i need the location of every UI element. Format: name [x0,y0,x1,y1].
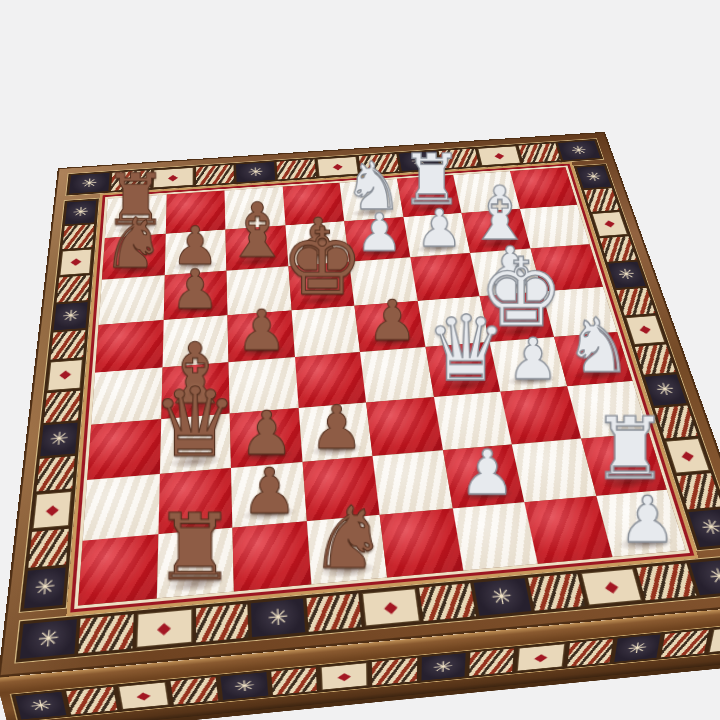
piece-copper-knight-a7[interactable]: ♞ [102,211,165,275]
chevron-inlay [637,563,697,600]
chess-box: ✳◆✳◆✳◆✳ ✳◆✳◆✳◆✳ ✳◆✳◆✳◆✳ ✳◆✳◆✳◆✳ ♜♞♜♞♟♝♟♟… [0,132,720,678]
diamond-inlay-icon: ◆ [32,491,72,530]
star-inlay-icon: ✳ [221,672,268,700]
piece-silver-knight-h4[interactable]: ♞ [565,311,633,380]
square-c1[interactable] [232,521,310,592]
piece-copper-pawn-c3[interactable]: ♟ [239,406,293,462]
square-a3[interactable] [87,419,161,480]
chevron-inlay [584,188,619,211]
star-inlay-icon: ✳ [558,141,600,161]
diamond-inlay-icon: ◆ [59,249,92,276]
diamond-inlay-icon: ◆ [708,625,720,653]
chevron-inlay [567,639,613,667]
diamond-inlay-icon: ◆ [581,568,642,605]
chevron-inlay [372,658,416,686]
diamond-inlay-icon: ◆ [136,609,192,648]
piece-copper-rook-b1[interactable]: ♜ [154,506,236,590]
diamond-inlay-icon: ◆ [117,682,169,710]
star-inlay-icon: ✳ [688,509,720,547]
piece-copper-pawn-d3[interactable]: ♟ [310,400,364,455]
chevron-inlay [78,614,133,653]
square-g1[interactable] [524,496,612,564]
square-d3[interactable]: ♟ [298,402,372,462]
piece-copper-pawn-b6[interactable]: ♟ [171,264,220,314]
piece-copper-king-d6[interactable]: ♚ [281,220,364,305]
star-inlay-icon: ✳ [421,653,466,681]
star-inlay-icon: ✳ [608,262,646,288]
diamond-inlay-icon: ◆ [517,644,565,672]
star-inlay-icon: ✳ [20,619,77,659]
square-e5[interactable]: ♟ [354,301,425,352]
piece-silver-pawn-g4[interactable]: ♟ [507,333,558,386]
chevron-inlay [307,593,362,631]
chevron-inlay [28,529,69,568]
chevron-inlay [600,237,637,262]
chevron-inlay [271,667,317,695]
chevron-inlay [67,687,117,715]
diamond-inlay-icon: ◆ [592,211,628,237]
piece-silver-pawn-f2[interactable]: ♟ [460,444,516,501]
square-a2[interactable] [83,474,160,540]
square-c5[interactable]: ♟ [227,310,294,362]
square-f1[interactable] [452,502,538,571]
star-inlay-icon: ✳ [24,568,66,609]
square-a5[interactable] [95,320,163,373]
star-inlay-icon: ✳ [614,634,661,662]
chevron-inlay [57,276,90,303]
star-inlay-icon: ✳ [577,166,611,188]
star-inlay-icon: ✳ [40,423,77,457]
scene: ✳◆✳◆✳◆✳ ✳◆✳◆✳◆✳ ✳◆✳◆✳◆✳ ✳◆✳◆✳◆✳ ♜♞♜♞♟♝♟♟… [0,0,720,720]
board-frame: ✳◆✳◆✳◆✳ ✳◆✳◆✳◆✳ ✳◆✳◆✳◆✳ ✳◆✳◆✳◆✳ ♜♞♜♞♟♝♟♟… [0,132,720,678]
chevron-inlay [171,677,219,705]
star-inlay-icon: ✳ [251,598,305,637]
square-f2[interactable]: ♟ [442,444,524,508]
star-inlay-icon: ✳ [236,162,275,182]
chevron-inlay [635,345,676,375]
square-e3[interactable] [366,397,442,456]
square-h1[interactable]: ♟ [596,489,686,557]
chevron-inlay [527,573,585,610]
square-a1[interactable] [78,534,158,606]
diamond-inlay-icon: ◆ [362,588,420,626]
square-c7[interactable]: ♝ [225,225,288,271]
square-b6[interactable]: ♟ [163,271,227,320]
piece-copper-knight-d1[interactable]: ♞ [310,498,387,577]
chevron-inlay [469,648,514,676]
piece-silver-queen-f4[interactable]: ♛ [426,308,507,391]
star-inlay-icon: ✳ [473,578,530,616]
chevron-inlay [195,604,248,643]
piece-silver-pawn-h1[interactable]: ♟ [619,491,677,550]
square-b3[interactable]: ♛ [159,413,231,474]
diamond-inlay-icon: ◆ [665,438,710,474]
star-inlay-icon: ✳ [54,302,88,330]
square-b1[interactable]: ♜ [156,527,234,598]
photo-backdrop: ✳◆✳◆✳◆✳ ✳◆✳◆✳◆✳ ✳◆✳◆✳◆✳ ✳◆✳◆✳◆✳ ♜♞♜♞♟♝♟♟… [0,0,720,720]
square-e1[interactable] [380,508,463,577]
piece-copper-queen-b3[interactable]: ♛ [152,380,238,468]
chevron-inlay [62,224,94,249]
square-h4[interactable]: ♞ [554,332,633,386]
square-f7[interactable]: ♟ [403,213,470,258]
piece-copper-pawn-e5[interactable]: ♟ [367,295,417,346]
chevron-inlay [277,159,316,179]
square-e4[interactable] [360,347,433,402]
square-c2[interactable]: ♟ [231,462,306,527]
square-d5[interactable] [291,305,360,357]
square-f4[interactable]: ♛ [425,342,500,397]
star-inlay-icon: ✳ [15,692,66,720]
piece-silver-pawn-f7[interactable]: ♟ [416,205,463,253]
piece-copper-pawn-c2[interactable]: ♟ [241,462,297,520]
piece-silver-rook-h2[interactable]: ♜ [592,410,669,489]
star-inlay-icon: ✳ [65,200,96,224]
chevron-inlay [36,456,74,491]
chevron-inlay [419,583,476,621]
square-a6[interactable] [99,275,165,324]
chevron-inlay [196,165,235,185]
square-d6[interactable]: ♚ [288,262,354,310]
star-inlay-icon: ✳ [690,558,720,595]
chevron-inlay [677,474,720,510]
chevron-inlay [661,630,708,658]
chevron-inlay [519,143,561,163]
diamond-inlay-icon: ◆ [47,359,83,391]
square-d1[interactable]: ♞ [306,514,387,584]
diamond-inlay-icon: ◆ [321,662,368,690]
chevron-inlay [51,330,86,359]
chevron-inlay [44,391,81,423]
square-a7[interactable]: ♞ [102,234,166,280]
piece-copper-pawn-c5[interactable]: ♟ [236,305,286,357]
diamond-inlay-icon: ◆ [478,146,521,166]
square-f6[interactable] [410,253,480,301]
